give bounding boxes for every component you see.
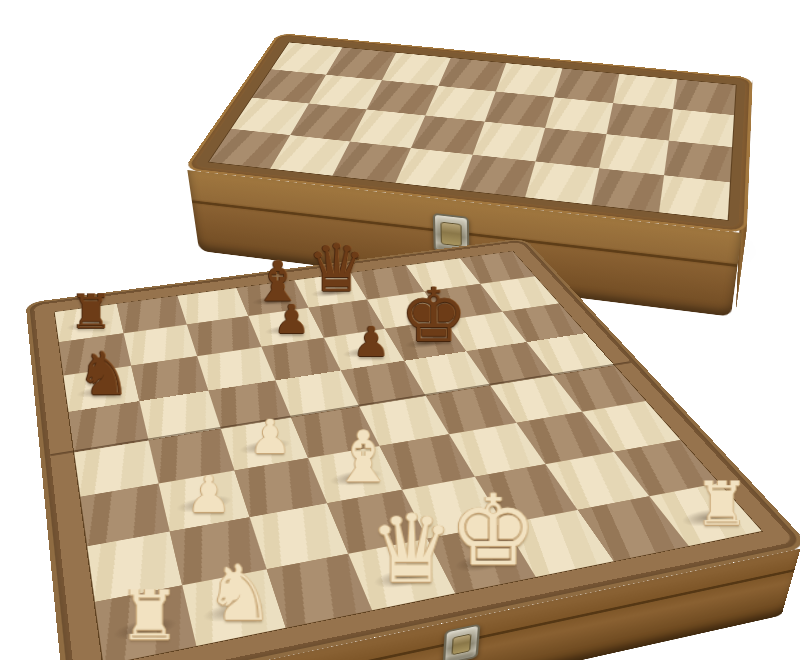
square-b7 (124, 325, 197, 366)
case-square-r3c5 (525, 161, 599, 205)
board-latch-clasp-icon (442, 624, 480, 660)
white-rook-a1: ♜ (119, 581, 180, 649)
case-square-r3c6 (592, 168, 665, 212)
closed-chess-case (183, 33, 752, 234)
white-queen-d1: ♛ (369, 502, 454, 597)
white-king-e1: ♚ (449, 482, 537, 580)
white-pawn-b3: ♟ (186, 470, 231, 520)
square-a4 (74, 440, 158, 496)
white-rook-h1: ♜ (695, 473, 749, 534)
square-c3 (234, 458, 327, 517)
case-square-r3c7 (659, 175, 730, 220)
product-photo-scene: ♜♝♛♟♞♟♚♟♟♝♜♞♛♚♜ (0, 0, 800, 660)
black-pawn-e6: ♟ (353, 321, 390, 363)
black-pawn-d7: ♟ (274, 299, 310, 339)
white-knight-b1: ♞ (205, 554, 274, 631)
case-square-r3c4 (460, 154, 536, 197)
black-queen-e8: ♛ (307, 236, 366, 302)
square-e5 (341, 361, 426, 407)
black-rook-a8: ♜ (70, 288, 112, 335)
case-lid-rim (183, 33, 752, 234)
black-knight-a6: ♞ (77, 344, 131, 404)
white-bishop-d3: ♝ (331, 421, 395, 492)
white-pawn-c4: ♟ (249, 413, 291, 460)
square-a5 (69, 401, 149, 452)
square-h8 (460, 251, 535, 284)
black-king-f6: ♚ (400, 279, 467, 354)
